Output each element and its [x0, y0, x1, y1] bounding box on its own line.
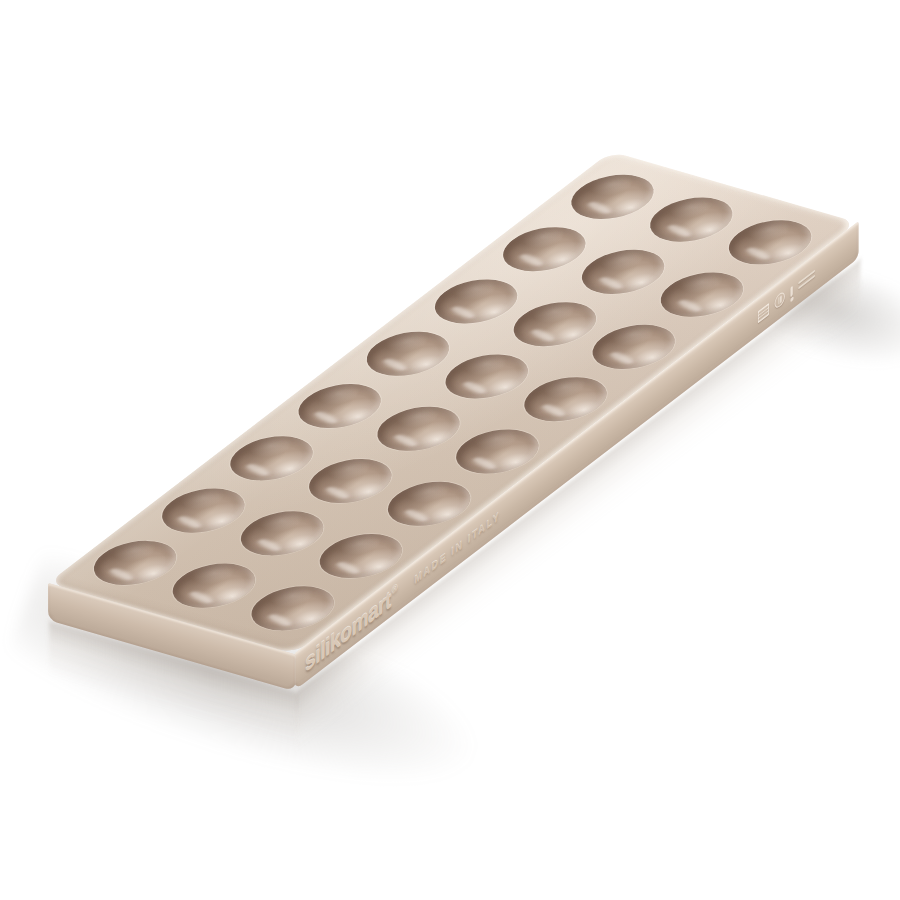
temperature-range-icon — [790, 285, 792, 297]
food-contact-safe-icon — [775, 290, 785, 311]
dishwasher-safe-icon — [758, 302, 769, 323]
product-photo-scene: silikomart® MADE IN ITALY — [0, 0, 900, 900]
registered-trademark-icon: ® — [392, 582, 397, 597]
fine-print-lines — [798, 270, 815, 290]
